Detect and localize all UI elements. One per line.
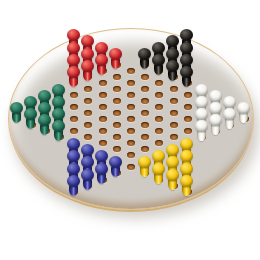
- board-hole[interactable]: [141, 134, 149, 140]
- board-hole[interactable]: [141, 74, 149, 80]
- peg-head: [38, 114, 51, 126]
- board-hole[interactable]: [127, 140, 135, 146]
- peg-head: [180, 29, 193, 41]
- peg-yellow[interactable]: [180, 175, 194, 196]
- board-hole[interactable]: [84, 122, 92, 128]
- peg-black[interactable]: [151, 54, 165, 75]
- peg-green[interactable]: [52, 120, 66, 141]
- peg-head: [195, 120, 208, 132]
- peg-head: [237, 102, 250, 114]
- peg-white[interactable]: [237, 102, 251, 123]
- board-hole[interactable]: [170, 134, 178, 140]
- board-hole[interactable]: [70, 116, 78, 122]
- peg-head: [152, 150, 165, 162]
- peg-head: [38, 90, 51, 102]
- board-hole[interactable]: [99, 128, 107, 134]
- board-hole[interactable]: [184, 116, 192, 122]
- peg-head: [180, 42, 193, 54]
- peg-head: [67, 163, 80, 175]
- peg-head: [180, 54, 193, 66]
- peg-red[interactable]: [80, 60, 94, 81]
- peg-red[interactable]: [95, 54, 109, 75]
- board-hole[interactable]: [184, 128, 192, 134]
- board-hole[interactable]: [141, 98, 149, 104]
- peg-head: [81, 144, 94, 156]
- board-hole[interactable]: [170, 110, 178, 116]
- board-hole[interactable]: [155, 80, 163, 86]
- board-hole[interactable]: [155, 104, 163, 110]
- board-hole[interactable]: [127, 92, 135, 98]
- peg-head: [67, 42, 80, 54]
- board-hole[interactable]: [113, 110, 121, 116]
- board-hole[interactable]: [141, 146, 149, 152]
- board-hole[interactable]: [141, 86, 149, 92]
- peg-head: [209, 114, 222, 126]
- peg-head: [152, 163, 165, 175]
- board-hole[interactable]: [155, 128, 163, 134]
- peg-head: [109, 156, 122, 168]
- peg-head: [95, 54, 108, 66]
- board-hole[interactable]: [155, 116, 163, 122]
- board-hole[interactable]: [141, 122, 149, 128]
- board-hole[interactable]: [84, 134, 92, 140]
- peg-blue[interactable]: [66, 175, 80, 196]
- board-hole[interactable]: [184, 92, 192, 98]
- board-hole[interactable]: [84, 98, 92, 104]
- peg-blue[interactable]: [109, 156, 123, 177]
- board-hole[interactable]: [127, 116, 135, 122]
- peg-head: [24, 96, 37, 108]
- peg-head: [24, 108, 37, 120]
- peg-head: [52, 108, 65, 120]
- peg-head: [52, 120, 65, 132]
- peg-head: [223, 108, 236, 120]
- board-hole[interactable]: [99, 140, 107, 146]
- peg-green[interactable]: [24, 108, 38, 129]
- peg-head: [166, 60, 179, 72]
- peg-head: [95, 163, 108, 175]
- board-hole[interactable]: [70, 104, 78, 110]
- peg-head: [166, 48, 179, 60]
- board-hole[interactable]: [184, 104, 192, 110]
- peg-green[interactable]: [9, 102, 23, 123]
- peg-blue[interactable]: [80, 169, 94, 190]
- peg-head: [195, 84, 208, 96]
- peg-head: [138, 48, 151, 60]
- board-hole[interactable]: [113, 74, 121, 80]
- peg-head: [81, 35, 94, 47]
- peg-white[interactable]: [194, 120, 208, 141]
- peg-head: [95, 150, 108, 162]
- peg-head: [81, 60, 94, 72]
- peg-red[interactable]: [66, 66, 80, 87]
- peg-head: [180, 175, 193, 187]
- peg-head: [166, 156, 179, 168]
- board-hole[interactable]: [127, 104, 135, 110]
- peg-white[interactable]: [222, 108, 236, 129]
- board-hole[interactable]: [155, 140, 163, 146]
- board-hole[interactable]: [113, 122, 121, 128]
- peg-head: [52, 96, 65, 108]
- peg-head: [10, 102, 23, 114]
- peg-head: [152, 42, 165, 54]
- board-hole[interactable]: [127, 152, 135, 158]
- peg-head: [81, 169, 94, 181]
- board-hole[interactable]: [84, 110, 92, 116]
- peg-head: [81, 48, 94, 60]
- peg-head: [180, 138, 193, 150]
- peg-head: [209, 102, 222, 114]
- peg-head: [152, 54, 165, 66]
- board-hole[interactable]: [113, 98, 121, 104]
- peg-head: [166, 144, 179, 156]
- peg-head: [52, 84, 65, 96]
- peg-black[interactable]: [180, 66, 194, 87]
- peg-head: [67, 175, 80, 187]
- peg-head: [81, 156, 94, 168]
- board-hole[interactable]: [170, 122, 178, 128]
- peg-yellow[interactable]: [137, 156, 151, 177]
- peg-head: [180, 66, 193, 78]
- board-hole[interactable]: [70, 128, 78, 134]
- peg-head: [195, 108, 208, 120]
- peg-head: [67, 66, 80, 78]
- board-hole[interactable]: [155, 92, 163, 98]
- board-hole[interactable]: [99, 80, 107, 86]
- peg-black[interactable]: [166, 60, 180, 81]
- board-hole[interactable]: [127, 164, 135, 170]
- peg-yellow[interactable]: [151, 163, 165, 184]
- photo-scene: [0, 0, 260, 260]
- board-hole[interactable]: [99, 116, 107, 122]
- peg-head: [67, 29, 80, 41]
- peg-red[interactable]: [109, 48, 123, 69]
- board-hole[interactable]: [170, 98, 178, 104]
- peg-head: [180, 163, 193, 175]
- peg-black[interactable]: [137, 48, 151, 69]
- peg-head: [223, 96, 236, 108]
- board-hole[interactable]: [113, 134, 121, 140]
- peg-head: [209, 90, 222, 102]
- peg-head: [166, 169, 179, 181]
- peg-head: [109, 48, 122, 60]
- board-hole[interactable]: [70, 92, 78, 98]
- board-hole[interactable]: [141, 110, 149, 116]
- peg-head: [95, 42, 108, 54]
- peg-white[interactable]: [208, 114, 222, 135]
- peg-head: [67, 54, 80, 66]
- peg-head: [166, 35, 179, 47]
- board-hole[interactable]: [99, 104, 107, 110]
- peg-green[interactable]: [38, 114, 52, 135]
- board-hole[interactable]: [127, 80, 135, 86]
- board-hole[interactable]: [127, 128, 135, 134]
- peg-head: [67, 138, 80, 150]
- board-hole[interactable]: [113, 86, 121, 92]
- board-hole[interactable]: [99, 92, 107, 98]
- board-hole[interactable]: [113, 146, 121, 152]
- peg-head: [138, 156, 151, 168]
- peg-head: [67, 150, 80, 162]
- peg-head: [195, 96, 208, 108]
- board-hole[interactable]: [84, 86, 92, 92]
- peg-blue[interactable]: [95, 163, 109, 184]
- board-hole[interactable]: [170, 86, 178, 92]
- peg-head: [38, 102, 51, 114]
- peg-yellow[interactable]: [166, 169, 180, 190]
- peg-head: [180, 150, 193, 162]
- board-hole[interactable]: [127, 68, 135, 74]
